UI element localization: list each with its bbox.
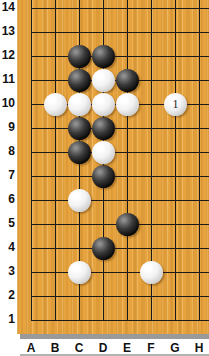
grid-line-h-8 <box>31 152 209 153</box>
stone-black-E5[interactable] <box>116 213 139 236</box>
stone-black-D7[interactable] <box>92 165 115 188</box>
col-label-A: A <box>21 341 41 355</box>
stone-black-C9[interactable] <box>68 117 91 140</box>
stone-white-C10[interactable] <box>68 93 91 116</box>
stone-black-D9[interactable] <box>92 117 115 140</box>
stone-white-C6[interactable] <box>68 189 91 212</box>
stone-white-D11[interactable] <box>92 69 115 92</box>
col-label-C: C <box>69 341 89 355</box>
row-label-2: 2 <box>0 288 15 304</box>
board-shadow <box>20 334 209 339</box>
grid-line-h-6 <box>31 200 209 201</box>
col-label-H: H <box>189 341 209 355</box>
stone-white-D8[interactable] <box>92 141 115 164</box>
stone-black-D4[interactable] <box>92 237 115 260</box>
col-label-D: D <box>93 341 113 355</box>
grid-line-h-13 <box>31 32 209 33</box>
row-label-14: 14 <box>0 0 15 16</box>
row-label-10: 10 <box>0 96 15 112</box>
row-label-7: 7 <box>0 168 15 184</box>
go-board[interactable]: 1 <box>17 0 209 334</box>
stone-black-C11[interactable] <box>68 69 91 92</box>
stone-black-C12[interactable] <box>68 45 91 68</box>
row-label-6: 6 <box>0 192 15 208</box>
grid-line-h-3 <box>31 272 209 273</box>
grid-line-h-4 <box>31 248 209 249</box>
grid-line-h-9 <box>31 128 209 129</box>
row-label-1: 1 <box>0 312 15 328</box>
go-diagram: 1 1413121110987654321 ABCDEFGH <box>0 0 209 356</box>
stone-black-E11[interactable] <box>116 69 139 92</box>
col-label-E: E <box>117 341 137 355</box>
col-label-F: F <box>141 341 161 355</box>
col-label-B: B <box>45 341 65 355</box>
row-label-4: 4 <box>0 240 15 256</box>
stone-white-E10[interactable] <box>116 93 139 116</box>
move-number-1: 1 <box>173 97 179 112</box>
stone-white-F3[interactable] <box>140 261 163 284</box>
row-label-3: 3 <box>0 264 15 280</box>
grid-line-h-12 <box>31 56 209 57</box>
grid-line-h-1 <box>31 320 209 321</box>
stone-white-G10[interactable]: 1 <box>164 93 187 116</box>
row-label-11: 11 <box>0 72 15 88</box>
col-label-G: G <box>165 341 185 355</box>
stone-black-D12[interactable] <box>92 45 115 68</box>
row-label-12: 12 <box>0 48 15 64</box>
row-label-8: 8 <box>0 144 15 160</box>
grid-line-h-14 <box>31 8 209 9</box>
grid-line-h-2 <box>31 296 209 297</box>
grid-line-h-7 <box>31 176 209 177</box>
stone-white-C3[interactable] <box>68 261 91 284</box>
stone-white-B10[interactable] <box>44 93 67 116</box>
stone-white-D10[interactable] <box>92 93 115 116</box>
row-label-9: 9 <box>0 120 15 136</box>
stone-black-C8[interactable] <box>68 141 91 164</box>
row-label-5: 5 <box>0 216 15 232</box>
row-label-13: 13 <box>0 24 15 40</box>
